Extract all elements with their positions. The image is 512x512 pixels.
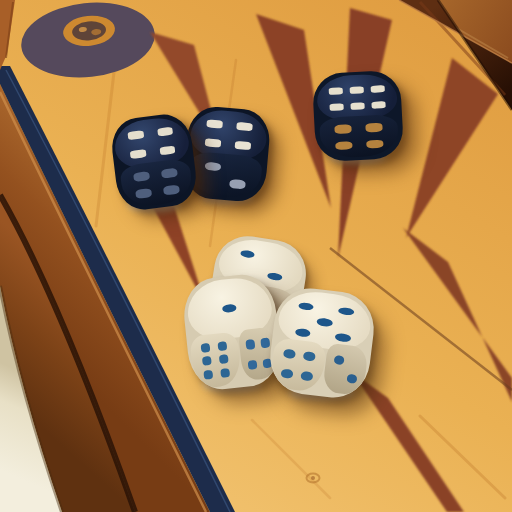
pip — [247, 360, 257, 370]
pip — [316, 317, 332, 327]
pip — [205, 138, 221, 147]
pip — [295, 328, 311, 338]
pip — [267, 272, 282, 281]
white-die-2[interactable] — [180, 271, 283, 392]
pip — [298, 302, 314, 312]
pip — [218, 341, 228, 351]
pip — [205, 162, 222, 172]
pip — [336, 141, 353, 150]
pip — [133, 171, 150, 182]
pip — [219, 354, 229, 364]
pip — [203, 370, 213, 380]
backgammon-board-photo: Angled photo of a wooden backgammon boar… — [0, 0, 512, 512]
pip — [282, 349, 295, 360]
navy-die-2[interactable] — [182, 105, 272, 204]
pip — [135, 188, 152, 199]
pip — [229, 179, 246, 189]
pip — [334, 355, 345, 365]
pip — [301, 371, 314, 382]
white-die-3[interactable] — [266, 284, 378, 401]
pip — [221, 368, 231, 378]
navy-die-3-top-face — [315, 73, 398, 123]
pip — [350, 86, 364, 94]
navy-die-3-front-face — [319, 114, 398, 159]
pip — [366, 123, 383, 132]
pip — [346, 374, 357, 384]
pip — [201, 343, 211, 353]
pip — [159, 146, 175, 155]
pip — [371, 85, 385, 93]
navy-die-1-front-face — [119, 158, 194, 209]
pip — [367, 140, 384, 149]
pip — [303, 351, 316, 362]
pip — [236, 122, 252, 131]
pip — [329, 103, 343, 111]
pip — [280, 368, 293, 379]
pip — [260, 338, 270, 348]
pip — [245, 339, 255, 349]
pip — [202, 356, 212, 366]
pip — [240, 250, 255, 259]
navy-die-2-front-face — [187, 151, 263, 200]
pip — [371, 101, 385, 109]
pip — [130, 149, 146, 158]
pip — [157, 127, 173, 136]
navy-die-1[interactable] — [109, 111, 200, 212]
pip — [128, 130, 144, 139]
pip — [329, 88, 343, 96]
pip — [335, 333, 351, 343]
pip — [206, 119, 222, 128]
pip — [161, 168, 178, 179]
pip — [235, 141, 251, 150]
pip — [338, 307, 354, 317]
pip — [222, 304, 237, 313]
pip — [350, 102, 364, 110]
navy-die-3[interactable] — [312, 70, 404, 162]
pip — [335, 125, 352, 134]
pip — [163, 185, 180, 196]
